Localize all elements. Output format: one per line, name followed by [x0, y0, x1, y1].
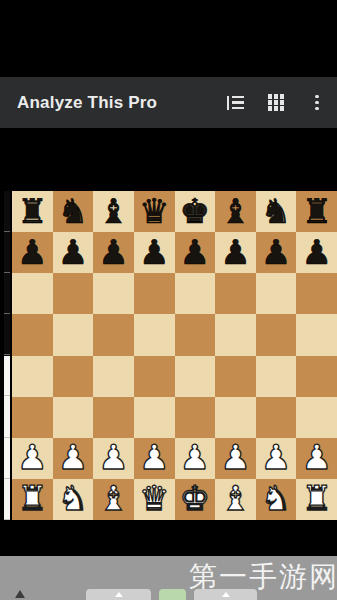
black-queen: ♛ [139, 194, 169, 228]
square-a1[interactable]: ♜ [12, 479, 53, 520]
white-queen: ♛ [139, 481, 169, 515]
white-pawn: ♟ [17, 440, 47, 474]
black-bishop: ♝ [98, 194, 128, 228]
square-h7[interactable]: ♟ [296, 232, 337, 273]
square-g4[interactable] [256, 356, 297, 397]
square-d1[interactable]: ♛ [134, 479, 175, 520]
square-c3[interactable] [93, 397, 134, 438]
black-bishop: ♝ [220, 194, 250, 228]
white-pawn: ♟ [301, 440, 331, 474]
square-b7[interactable]: ♟ [53, 232, 94, 273]
square-g7[interactable]: ♟ [256, 232, 297, 273]
black-knight: ♞ [58, 194, 88, 228]
bottom-band: 第一手游网 [0, 556, 337, 600]
bottom-button-green[interactable] [159, 589, 186, 600]
square-h5[interactable] [296, 314, 337, 355]
black-pawn: ♟ [139, 235, 169, 269]
square-a7[interactable]: ♟ [12, 232, 53, 273]
chess-board: ♜♞♝♛♚♝♞♜♟♟♟♟♟♟♟♟♟♟♟♟♟♟♟♟♜♞♝♛♚♝♞♜ [12, 191, 337, 520]
square-c1[interactable]: ♝ [93, 479, 134, 520]
up-arrow-icon [222, 592, 230, 597]
square-b8[interactable]: ♞ [53, 191, 94, 232]
square-g3[interactable] [256, 397, 297, 438]
square-d7[interactable]: ♟ [134, 232, 175, 273]
app-title: Analyze This Pro [17, 93, 157, 113]
square-d6[interactable] [134, 273, 175, 314]
overflow-menu-button[interactable] [305, 91, 329, 115]
square-f5[interactable] [215, 314, 256, 355]
square-h4[interactable] [296, 356, 337, 397]
square-b4[interactable] [53, 356, 94, 397]
square-a6[interactable] [12, 273, 53, 314]
white-pawn: ♟ [220, 440, 250, 474]
bottom-button-2[interactable] [194, 589, 257, 600]
square-c7[interactable]: ♟ [93, 232, 134, 273]
square-h3[interactable] [296, 397, 337, 438]
black-pawn: ♟ [98, 235, 128, 269]
square-d4[interactable] [134, 356, 175, 397]
grid-icon [268, 94, 285, 111]
moves-list-icon [227, 96, 244, 110]
square-f4[interactable] [215, 356, 256, 397]
square-g6[interactable] [256, 273, 297, 314]
square-b3[interactable] [53, 397, 94, 438]
white-bishop: ♝ [220, 481, 250, 515]
white-king: ♚ [180, 481, 210, 515]
square-e8[interactable]: ♚ [175, 191, 216, 232]
square-g5[interactable] [256, 314, 297, 355]
square-e3[interactable] [175, 397, 216, 438]
square-c8[interactable]: ♝ [93, 191, 134, 232]
square-h2[interactable]: ♟ [296, 438, 337, 479]
square-c4[interactable] [93, 356, 134, 397]
square-f8[interactable]: ♝ [215, 191, 256, 232]
square-f2[interactable]: ♟ [215, 438, 256, 479]
white-bishop: ♝ [98, 481, 128, 515]
app-screen: Analyze This Pro ♜♞♝♛♚♝♞♜♟♟♟♟♟♟♟♟♟♟♟♟♟♟♟… [0, 0, 337, 600]
toolbar: Analyze This Pro [0, 77, 337, 128]
square-d8[interactable]: ♛ [134, 191, 175, 232]
black-pawn: ♟ [261, 235, 291, 269]
white-pawn: ♟ [139, 440, 169, 474]
square-a5[interactable] [12, 314, 53, 355]
square-e4[interactable] [175, 356, 216, 397]
square-e1[interactable]: ♚ [175, 479, 216, 520]
white-pawn: ♟ [261, 440, 291, 474]
black-rook: ♜ [17, 194, 47, 228]
square-c5[interactable] [93, 314, 134, 355]
white-rook: ♜ [301, 481, 331, 515]
square-e2[interactable]: ♟ [175, 438, 216, 479]
white-pawn: ♟ [180, 440, 210, 474]
black-pawn: ♟ [220, 235, 250, 269]
square-h6[interactable] [296, 273, 337, 314]
black-rook: ♜ [301, 194, 331, 228]
square-c6[interactable] [93, 273, 134, 314]
moves-list-button[interactable] [223, 91, 247, 115]
square-g8[interactable]: ♞ [256, 191, 297, 232]
overflow-menu-icon [315, 95, 319, 111]
black-king: ♚ [180, 194, 210, 228]
up-arrow-icon [115, 592, 123, 597]
square-d5[interactable] [134, 314, 175, 355]
black-pawn: ♟ [301, 235, 331, 269]
square-e6[interactable] [175, 273, 216, 314]
square-e7[interactable]: ♟ [175, 232, 216, 273]
square-b1[interactable]: ♞ [53, 479, 94, 520]
white-rook: ♜ [17, 481, 47, 515]
square-g1[interactable]: ♞ [256, 479, 297, 520]
black-knight: ♞ [261, 194, 291, 228]
square-b2[interactable]: ♟ [53, 438, 94, 479]
white-knight: ♞ [261, 481, 291, 515]
square-e5[interactable] [175, 314, 216, 355]
square-b6[interactable] [53, 273, 94, 314]
square-f1[interactable]: ♝ [215, 479, 256, 520]
black-pawn: ♟ [17, 235, 47, 269]
board-grid-button[interactable] [264, 91, 288, 115]
square-c2[interactable]: ♟ [93, 438, 134, 479]
square-d3[interactable] [134, 397, 175, 438]
square-a2[interactable]: ♟ [12, 438, 53, 479]
square-f6[interactable] [215, 273, 256, 314]
white-pawn: ♟ [98, 440, 128, 474]
square-h8[interactable]: ♜ [296, 191, 337, 232]
square-a8[interactable]: ♜ [12, 191, 53, 232]
white-knight: ♞ [58, 481, 88, 515]
bottom-button-1[interactable] [86, 589, 151, 600]
evaluation-bar [4, 191, 10, 520]
white-pawn: ♟ [58, 440, 88, 474]
square-f7[interactable]: ♟ [215, 232, 256, 273]
black-pawn: ♟ [58, 235, 88, 269]
black-pawn: ♟ [180, 235, 210, 269]
square-a3[interactable] [12, 397, 53, 438]
square-f3[interactable] [215, 397, 256, 438]
square-g2[interactable]: ♟ [256, 438, 297, 479]
pointer-arrow-icon [15, 590, 25, 598]
square-b5[interactable] [53, 314, 94, 355]
square-d2[interactable]: ♟ [134, 438, 175, 479]
square-h1[interactable]: ♜ [296, 479, 337, 520]
evaluation-bar-ticks [4, 191, 10, 520]
square-a4[interactable] [12, 356, 53, 397]
